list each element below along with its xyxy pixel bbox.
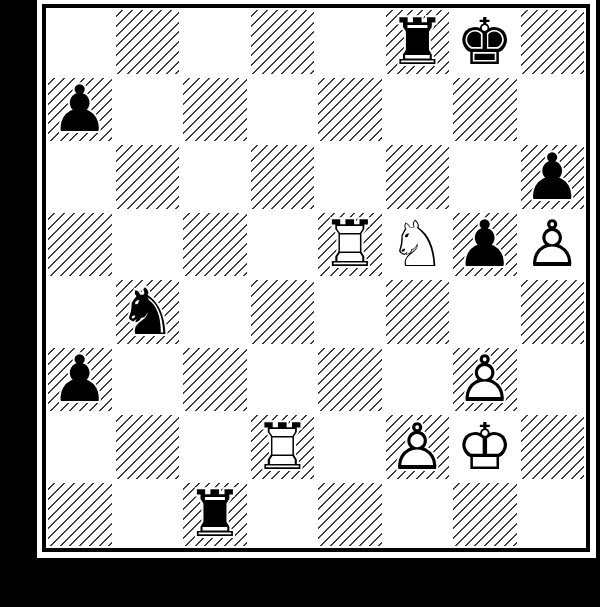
square-c3[interactable] bbox=[181, 346, 249, 414]
black-king-piece[interactable]: ♚♚ bbox=[451, 8, 519, 76]
black-pawn-piece[interactable]: ♟♟ bbox=[46, 346, 114, 414]
black-pawn-piece[interactable]: ♟♟ bbox=[519, 143, 587, 211]
square-b4[interactable]: ♞♞ bbox=[114, 278, 182, 346]
square-b5[interactable] bbox=[114, 211, 182, 279]
square-g1[interactable] bbox=[451, 481, 519, 549]
square-h7[interactable] bbox=[519, 76, 587, 144]
square-d3[interactable] bbox=[249, 346, 317, 414]
square-h6[interactable]: ♟♟ bbox=[519, 143, 587, 211]
white-rook-piece[interactable]: ♜♖ bbox=[316, 211, 384, 279]
white-pawn-piece[interactable]: ♟♙ bbox=[519, 211, 587, 279]
piece-glyph: ♚ bbox=[456, 10, 513, 74]
square-a4[interactable] bbox=[46, 278, 114, 346]
square-d4[interactable] bbox=[249, 278, 317, 346]
square-b1[interactable] bbox=[114, 481, 182, 549]
piece-glyph: ♜ bbox=[389, 10, 446, 74]
square-f7[interactable] bbox=[384, 76, 452, 144]
chess-board: ♜♜♚♚♟♟♟♟♜♖♞♘♟♟♟♙♞♞♟♟♟♙♜♖♟♙♚♔♜♜ bbox=[42, 4, 590, 552]
square-g2[interactable]: ♚♔ bbox=[451, 413, 519, 481]
black-rook-piece[interactable]: ♜♜ bbox=[384, 8, 452, 76]
square-f3[interactable] bbox=[384, 346, 452, 414]
square-e1[interactable] bbox=[316, 481, 384, 549]
square-g5[interactable]: ♟♟ bbox=[451, 211, 519, 279]
square-e3[interactable] bbox=[316, 346, 384, 414]
black-knight-piece[interactable]: ♞♞ bbox=[114, 278, 182, 346]
square-h3[interactable] bbox=[519, 346, 587, 414]
white-king-piece[interactable]: ♚♔ bbox=[451, 413, 519, 481]
piece-glyph: ♟ bbox=[456, 212, 513, 276]
square-a7[interactable]: ♟♟ bbox=[46, 76, 114, 144]
piece-glyph: ♙ bbox=[389, 415, 446, 479]
square-d1[interactable] bbox=[249, 481, 317, 549]
square-g3[interactable]: ♟♙ bbox=[451, 346, 519, 414]
board-frame: ♜♜♚♚♟♟♟♟♜♖♞♘♟♟♟♙♞♞♟♟♟♙♜♖♟♙♚♔♜♜ bbox=[0, 0, 600, 607]
square-d8[interactable] bbox=[249, 8, 317, 76]
square-b6[interactable] bbox=[114, 143, 182, 211]
square-h2[interactable] bbox=[519, 413, 587, 481]
piece-glyph: ♟ bbox=[524, 145, 581, 209]
square-b7[interactable] bbox=[114, 76, 182, 144]
square-b8[interactable] bbox=[114, 8, 182, 76]
square-c1[interactable]: ♜♜ bbox=[181, 481, 249, 549]
piece-glyph: ♙ bbox=[456, 347, 513, 411]
square-c8[interactable] bbox=[181, 8, 249, 76]
square-g7[interactable] bbox=[451, 76, 519, 144]
piece-glyph: ♟ bbox=[51, 347, 108, 411]
piece-glyph: ♖ bbox=[321, 212, 378, 276]
board-mat: ♜♜♚♚♟♟♟♟♜♖♞♘♟♟♟♙♞♞♟♟♟♙♜♖♟♙♚♔♜♜ bbox=[37, 0, 596, 558]
square-g4[interactable] bbox=[451, 278, 519, 346]
square-f4[interactable] bbox=[384, 278, 452, 346]
square-a5[interactable] bbox=[46, 211, 114, 279]
black-pawn-piece[interactable]: ♟♟ bbox=[46, 76, 114, 144]
square-b3[interactable] bbox=[114, 346, 182, 414]
square-d6[interactable] bbox=[249, 143, 317, 211]
piece-glyph: ♜ bbox=[186, 482, 243, 546]
square-f6[interactable] bbox=[384, 143, 452, 211]
square-e4[interactable] bbox=[316, 278, 384, 346]
square-c5[interactable] bbox=[181, 211, 249, 279]
square-d5[interactable] bbox=[249, 211, 317, 279]
piece-glyph: ♙ bbox=[524, 212, 581, 276]
square-a6[interactable] bbox=[46, 143, 114, 211]
square-h8[interactable] bbox=[519, 8, 587, 76]
square-f1[interactable] bbox=[384, 481, 452, 549]
piece-glyph: ♘ bbox=[389, 212, 446, 276]
square-c2[interactable] bbox=[181, 413, 249, 481]
square-f2[interactable]: ♟♙ bbox=[384, 413, 452, 481]
square-a1[interactable] bbox=[46, 481, 114, 549]
square-d2[interactable]: ♜♖ bbox=[249, 413, 317, 481]
square-e2[interactable] bbox=[316, 413, 384, 481]
piece-glyph: ♞ bbox=[119, 280, 176, 344]
page: { "game": "chess", "position": { "fen": … bbox=[0, 0, 600, 607]
square-b2[interactable] bbox=[114, 413, 182, 481]
piece-glyph: ♟ bbox=[51, 77, 108, 141]
square-h4[interactable] bbox=[519, 278, 587, 346]
square-d7[interactable] bbox=[249, 76, 317, 144]
square-g8[interactable]: ♚♚ bbox=[451, 8, 519, 76]
square-g6[interactable] bbox=[451, 143, 519, 211]
black-rook-piece[interactable]: ♜♜ bbox=[181, 481, 249, 549]
square-h1[interactable] bbox=[519, 481, 587, 549]
square-a8[interactable] bbox=[46, 8, 114, 76]
white-pawn-piece[interactable]: ♟♙ bbox=[451, 346, 519, 414]
square-c4[interactable] bbox=[181, 278, 249, 346]
piece-glyph: ♖ bbox=[254, 415, 311, 479]
black-pawn-piece[interactable]: ♟♟ bbox=[451, 211, 519, 279]
white-pawn-piece[interactable]: ♟♙ bbox=[384, 413, 452, 481]
square-a3[interactable]: ♟♟ bbox=[46, 346, 114, 414]
square-e5[interactable]: ♜♖ bbox=[316, 211, 384, 279]
square-f5[interactable]: ♞♘ bbox=[384, 211, 452, 279]
square-a2[interactable] bbox=[46, 413, 114, 481]
square-h5[interactable]: ♟♙ bbox=[519, 211, 587, 279]
piece-glyph: ♔ bbox=[456, 415, 513, 479]
square-f8[interactable]: ♜♜ bbox=[384, 8, 452, 76]
square-e6[interactable] bbox=[316, 143, 384, 211]
square-c6[interactable] bbox=[181, 143, 249, 211]
white-rook-piece[interactable]: ♜♖ bbox=[249, 413, 317, 481]
square-e8[interactable] bbox=[316, 8, 384, 76]
white-knight-piece[interactable]: ♞♘ bbox=[384, 211, 452, 279]
square-c7[interactable] bbox=[181, 76, 249, 144]
square-e7[interactable] bbox=[316, 76, 384, 144]
